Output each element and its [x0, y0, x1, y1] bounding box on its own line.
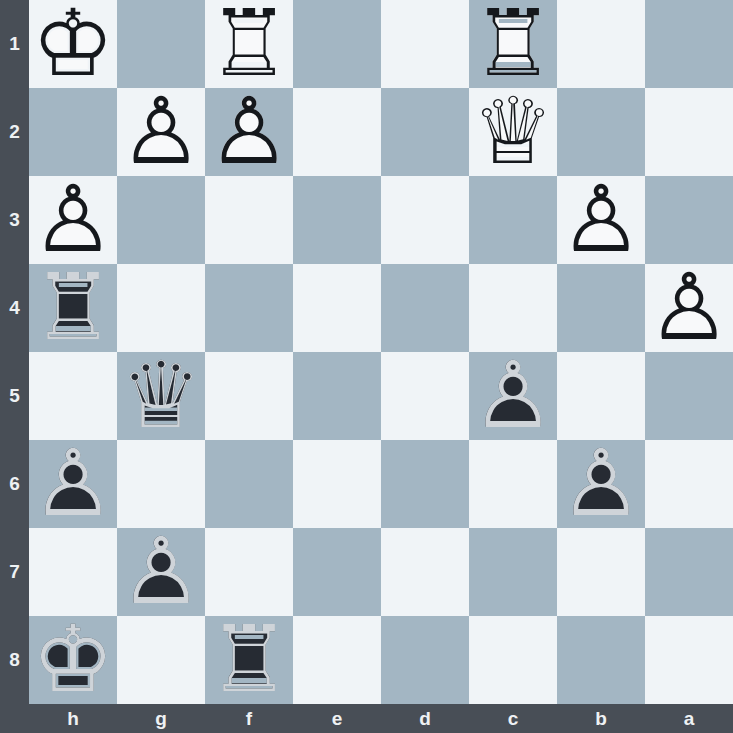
rank-label-8: 8 — [0, 616, 29, 704]
white-king-h1[interactable]: ♚♔ — [29, 0, 117, 88]
square-d2[interactable] — [381, 88, 469, 176]
rank-label-1: 1 — [0, 0, 29, 88]
square-h7[interactable] — [29, 528, 117, 616]
square-f3[interactable] — [205, 176, 293, 264]
square-b8[interactable] — [557, 616, 645, 704]
white-pawn-h3[interactable]: ♟♙ — [29, 176, 117, 264]
square-g7[interactable]: ♟♙ — [117, 528, 205, 616]
square-f7[interactable] — [205, 528, 293, 616]
square-e6[interactable] — [293, 440, 381, 528]
square-g8[interactable] — [117, 616, 205, 704]
piece-outline-glyph: ♔ — [29, 0, 117, 88]
piece-fill-glyph: ♟ — [645, 264, 733, 352]
piece-outline-glyph: ♙ — [29, 176, 117, 264]
piece-fill-glyph: ♜ — [205, 616, 293, 704]
square-g2[interactable]: ♟♙ — [117, 88, 205, 176]
square-h1[interactable]: ♚♔ — [29, 0, 117, 88]
black-pawn-b6[interactable]: ♟♙ — [557, 440, 645, 528]
square-f8[interactable]: ♜♖ — [205, 616, 293, 704]
white-pawn-g2[interactable]: ♟♙ — [117, 88, 205, 176]
square-e1[interactable] — [293, 0, 381, 88]
square-e2[interactable] — [293, 88, 381, 176]
file-label-e: e — [293, 704, 381, 733]
piece-outline-glyph: ♙ — [557, 440, 645, 528]
square-b7[interactable] — [557, 528, 645, 616]
piece-outline-glyph: ♙ — [117, 528, 205, 616]
white-queen-c2[interactable]: ♛♕ — [469, 88, 557, 176]
piece-outline-glyph: ♖ — [205, 0, 293, 88]
square-a7[interactable] — [645, 528, 733, 616]
piece-fill-glyph: ♜ — [469, 0, 557, 88]
file-label-d: d — [381, 704, 469, 733]
square-a6[interactable] — [645, 440, 733, 528]
piece-fill-glyph: ♛ — [469, 88, 557, 176]
square-d1[interactable] — [381, 0, 469, 88]
square-e3[interactable] — [293, 176, 381, 264]
piece-outline-glyph: ♖ — [29, 264, 117, 352]
piece-fill-glyph: ♟ — [205, 88, 293, 176]
square-b6[interactable]: ♟♙ — [557, 440, 645, 528]
square-f1[interactable]: ♜♖ — [205, 0, 293, 88]
square-g1[interactable] — [117, 0, 205, 88]
piece-fill-glyph: ♜ — [205, 0, 293, 88]
rank-label-7: 7 — [0, 528, 29, 616]
square-g3[interactable] — [117, 176, 205, 264]
square-f4[interactable] — [205, 264, 293, 352]
black-rook-h4[interactable]: ♜♖ — [29, 264, 117, 352]
white-rook-c1[interactable]: ♜♖ — [469, 0, 557, 88]
piece-outline-glyph: ♙ — [645, 264, 733, 352]
square-c1[interactable]: ♜♖ — [469, 0, 557, 88]
square-d5[interactable] — [381, 352, 469, 440]
piece-outline-glyph: ♙ — [205, 88, 293, 176]
black-queen-g5[interactable]: ♛♕ — [117, 352, 205, 440]
corner-spacer — [0, 704, 29, 733]
square-d8[interactable] — [381, 616, 469, 704]
square-c6[interactable] — [469, 440, 557, 528]
piece-outline-glyph: ♕ — [469, 88, 557, 176]
square-b5[interactable] — [557, 352, 645, 440]
piece-outline-glyph: ♙ — [29, 440, 117, 528]
white-pawn-b3[interactable]: ♟♙ — [557, 176, 645, 264]
piece-outline-glyph: ♙ — [117, 88, 205, 176]
square-h8[interactable]: ♚♔ — [29, 616, 117, 704]
file-label-h: h — [29, 704, 117, 733]
square-c3[interactable] — [469, 176, 557, 264]
black-pawn-c5[interactable]: ♟♙ — [469, 352, 557, 440]
square-a4[interactable]: ♟♙ — [645, 264, 733, 352]
piece-fill-glyph: ♚ — [29, 0, 117, 88]
piece-outline-glyph: ♖ — [469, 0, 557, 88]
piece-fill-glyph: ♟ — [29, 176, 117, 264]
square-a8[interactable] — [645, 616, 733, 704]
rank-label-4: 4 — [0, 264, 29, 352]
square-e7[interactable] — [293, 528, 381, 616]
square-d7[interactable] — [381, 528, 469, 616]
piece-fill-glyph: ♚ — [29, 616, 117, 704]
file-label-b: b — [557, 704, 645, 733]
file-label-a: a — [645, 704, 733, 733]
piece-outline-glyph: ♕ — [117, 352, 205, 440]
square-h3[interactable]: ♟♙ — [29, 176, 117, 264]
square-c7[interactable] — [469, 528, 557, 616]
square-e8[interactable] — [293, 616, 381, 704]
square-e4[interactable] — [293, 264, 381, 352]
square-d6[interactable] — [381, 440, 469, 528]
piece-fill-glyph: ♟ — [557, 440, 645, 528]
square-f6[interactable] — [205, 440, 293, 528]
rank-label-5: 5 — [0, 352, 29, 440]
square-d3[interactable] — [381, 176, 469, 264]
square-f2[interactable]: ♟♙ — [205, 88, 293, 176]
piece-fill-glyph: ♟ — [29, 440, 117, 528]
square-h2[interactable] — [29, 88, 117, 176]
file-label-f: f — [205, 704, 293, 733]
square-h6[interactable]: ♟♙ — [29, 440, 117, 528]
square-d4[interactable] — [381, 264, 469, 352]
rank-label-2: 2 — [0, 88, 29, 176]
square-c8[interactable] — [469, 616, 557, 704]
piece-fill-glyph: ♟ — [469, 352, 557, 440]
square-b4[interactable] — [557, 264, 645, 352]
square-c4[interactable] — [469, 264, 557, 352]
black-king-h8[interactable]: ♚♔ — [29, 616, 117, 704]
square-h5[interactable] — [29, 352, 117, 440]
piece-outline-glyph: ♔ — [29, 616, 117, 704]
square-h4[interactable]: ♜♖ — [29, 264, 117, 352]
square-g4[interactable] — [117, 264, 205, 352]
piece-outline-glyph: ♙ — [557, 176, 645, 264]
square-g5[interactable]: ♛♕ — [117, 352, 205, 440]
piece-fill-glyph: ♛ — [117, 352, 205, 440]
piece-outline-glyph: ♙ — [469, 352, 557, 440]
black-pawn-h6[interactable]: ♟♙ — [29, 440, 117, 528]
square-b2[interactable] — [557, 88, 645, 176]
square-a3[interactable] — [645, 176, 733, 264]
black-pawn-g7[interactable]: ♟♙ — [117, 528, 205, 616]
piece-fill-glyph: ♜ — [29, 264, 117, 352]
square-c2[interactable]: ♛♕ — [469, 88, 557, 176]
square-a5[interactable] — [645, 352, 733, 440]
piece-fill-glyph: ♟ — [117, 528, 205, 616]
white-pawn-a4[interactable]: ♟♙ — [645, 264, 733, 352]
file-label-c: c — [469, 704, 557, 733]
rank-label-6: 6 — [0, 440, 29, 528]
square-b1[interactable] — [557, 0, 645, 88]
square-f5[interactable] — [205, 352, 293, 440]
white-pawn-f2[interactable]: ♟♙ — [205, 88, 293, 176]
rank-label-3: 3 — [0, 176, 29, 264]
file-label-g: g — [117, 704, 205, 733]
square-a1[interactable] — [645, 0, 733, 88]
square-g6[interactable] — [117, 440, 205, 528]
white-rook-f1[interactable]: ♜♖ — [205, 0, 293, 88]
piece-fill-glyph: ♟ — [557, 176, 645, 264]
square-b3[interactable]: ♟♙ — [557, 176, 645, 264]
square-c5[interactable]: ♟♙ — [469, 352, 557, 440]
square-e5[interactable] — [293, 352, 381, 440]
square-a2[interactable] — [645, 88, 733, 176]
piece-outline-glyph: ♖ — [205, 616, 293, 704]
black-rook-f8[interactable]: ♜♖ — [205, 616, 293, 704]
chess-board: 1♚♔♜♖♜♖2♟♙♟♙♛♕3♟♙♟♙4♜♖♟♙5♛♕♟♙6♟♙♟♙7♟♙8♚♔… — [0, 0, 733, 733]
piece-fill-glyph: ♟ — [117, 88, 205, 176]
